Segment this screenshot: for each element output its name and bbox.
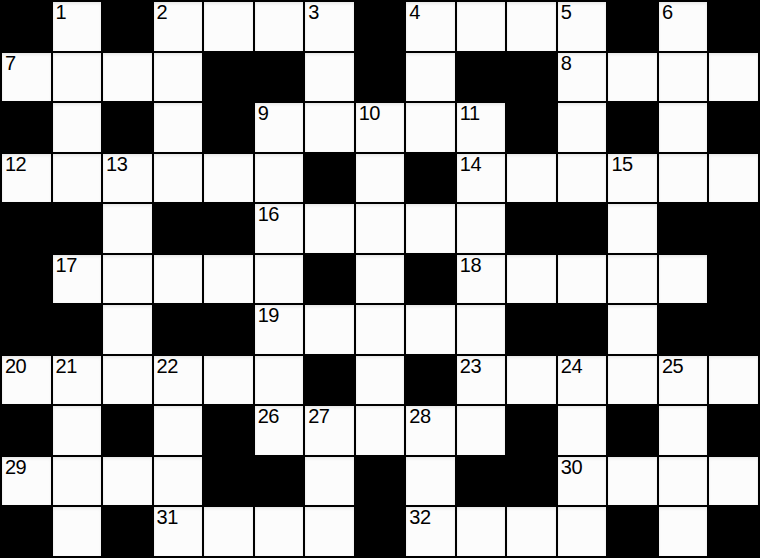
black-cell-r1c10 — [507, 53, 556, 102]
black-cell-r5c8 — [406, 255, 455, 304]
cell-r9c1[interactable] — [53, 457, 102, 506]
cell-r7c12[interactable] — [608, 356, 657, 405]
black-cell-r5c6 — [305, 255, 354, 304]
cell-r5c3[interactable] — [154, 255, 203, 304]
black-cell-r6c1 — [53, 305, 102, 354]
cell-r9c14[interactable] — [709, 457, 758, 506]
cell-r3c0[interactable]: 12 — [2, 154, 51, 203]
cell-r10c8[interactable]: 32 — [406, 507, 455, 556]
cell-r6c2[interactable] — [103, 305, 152, 354]
black-cell-r1c4 — [204, 53, 253, 102]
black-cell-r4c11 — [558, 204, 607, 253]
cell-r1c11[interactable]: 8 — [558, 53, 607, 102]
cell-r7c11[interactable]: 24 — [558, 356, 607, 405]
cell-r0c10[interactable] — [507, 2, 556, 51]
cell-r7c1[interactable]: 21 — [53, 356, 102, 405]
black-cell-r1c7 — [356, 53, 405, 102]
black-cell-r0c2 — [103, 2, 152, 51]
cell-r3c2[interactable]: 13 — [103, 154, 152, 203]
clue-number: 29 — [5, 457, 26, 478]
black-cell-r10c0 — [2, 507, 51, 556]
clue-number: 21 — [56, 356, 77, 377]
cell-r10c4[interactable] — [204, 507, 253, 556]
cell-r1c12[interactable] — [608, 53, 657, 102]
clue-number: 16 — [258, 204, 279, 225]
cell-r5c10[interactable] — [507, 255, 556, 304]
cell-r10c5[interactable] — [255, 507, 304, 556]
cell-r10c11[interactable] — [558, 507, 607, 556]
black-cell-r2c14 — [709, 103, 758, 152]
clue-number: 22 — [157, 356, 178, 377]
clue-number: 2 — [157, 2, 168, 23]
black-cell-r2c12 — [608, 103, 657, 152]
black-cell-r4c4 — [204, 204, 253, 253]
black-cell-r6c14 — [709, 305, 758, 354]
black-cell-r8c0 — [2, 406, 51, 455]
black-cell-r10c14 — [709, 507, 758, 556]
cell-r8c7[interactable] — [356, 406, 405, 455]
cell-r2c11[interactable] — [558, 103, 607, 152]
black-cell-r9c9 — [457, 457, 506, 506]
clue-number: 24 — [561, 356, 582, 377]
black-cell-r6c13 — [659, 305, 708, 354]
black-cell-r3c8 — [406, 154, 455, 203]
clue-number: 26 — [258, 406, 279, 427]
cell-r7c4[interactable] — [204, 356, 253, 405]
cell-r10c9[interactable] — [457, 507, 506, 556]
cell-r2c8[interactable] — [406, 103, 455, 152]
cell-r5c11[interactable] — [558, 255, 607, 304]
cell-r5c1[interactable]: 17 — [53, 255, 102, 304]
black-cell-r8c14 — [709, 406, 758, 455]
black-cell-r8c2 — [103, 406, 152, 455]
cell-r7c5[interactable] — [255, 356, 304, 405]
black-cell-r5c14 — [709, 255, 758, 304]
cell-r7c7[interactable] — [356, 356, 405, 405]
cell-r7c14[interactable] — [709, 356, 758, 405]
clue-number: 4 — [409, 2, 420, 23]
cell-r6c9[interactable] — [457, 305, 506, 354]
black-cell-r0c7 — [356, 2, 405, 51]
black-cell-r9c4 — [204, 457, 253, 506]
black-cell-r2c2 — [103, 103, 152, 152]
cell-r3c7[interactable] — [356, 154, 405, 203]
cell-r8c11[interactable] — [558, 406, 607, 455]
cell-r10c3[interactable]: 31 — [154, 507, 203, 556]
cell-r1c8[interactable] — [406, 53, 455, 102]
cell-r7c3[interactable]: 22 — [154, 356, 203, 405]
cell-r3c11[interactable] — [558, 154, 607, 203]
cell-r6c7[interactable] — [356, 305, 405, 354]
cell-r3c13[interactable] — [659, 154, 708, 203]
cell-r9c6[interactable] — [305, 457, 354, 506]
black-cell-r8c4 — [204, 406, 253, 455]
cell-r4c5[interactable]: 16 — [255, 204, 304, 253]
cell-r3c3[interactable] — [154, 154, 203, 203]
black-cell-r5c0 — [2, 255, 51, 304]
cell-r8c8[interactable]: 28 — [406, 406, 455, 455]
cell-r8c9[interactable] — [457, 406, 506, 455]
crossword-grid: 1234567891011121314151617181920212223242… — [0, 0, 760, 558]
clue-number: 15 — [611, 154, 632, 175]
black-cell-r3c6 — [305, 154, 354, 203]
cell-r3c1[interactable] — [53, 154, 102, 203]
cell-r0c11[interactable]: 5 — [558, 2, 607, 51]
cell-r1c2[interactable] — [103, 53, 152, 102]
cell-r5c5[interactable] — [255, 255, 304, 304]
cell-r5c13[interactable] — [659, 255, 708, 304]
black-cell-r6c10 — [507, 305, 556, 354]
black-cell-r2c10 — [507, 103, 556, 152]
cell-r0c8[interactable]: 4 — [406, 2, 455, 51]
cell-r1c1[interactable] — [53, 53, 102, 102]
black-cell-r7c6 — [305, 356, 354, 405]
cell-r3c10[interactable] — [507, 154, 556, 203]
cell-r10c1[interactable] — [53, 507, 102, 556]
clue-number: 6 — [662, 2, 673, 23]
black-cell-r8c10 — [507, 406, 556, 455]
cell-r7c2[interactable] — [103, 356, 152, 405]
clue-number: 7 — [5, 53, 16, 74]
cell-r2c1[interactable] — [53, 103, 102, 152]
cell-r7c9[interactable]: 23 — [457, 356, 506, 405]
clue-number: 8 — [561, 53, 572, 74]
cell-r10c10[interactable] — [507, 507, 556, 556]
clue-number: 19 — [258, 305, 279, 326]
cell-r1c0[interactable]: 7 — [2, 53, 51, 102]
black-cell-r7c8 — [406, 356, 455, 405]
clue-number: 3 — [308, 2, 319, 23]
clue-number: 14 — [460, 154, 481, 175]
cell-r0c9[interactable] — [457, 2, 506, 51]
black-cell-r4c1 — [53, 204, 102, 253]
black-cell-r9c10 — [507, 457, 556, 506]
cell-r4c6[interactable] — [305, 204, 354, 253]
cell-r3c9[interactable]: 14 — [457, 154, 506, 203]
cell-r8c1[interactable] — [53, 406, 102, 455]
cell-r8c13[interactable] — [659, 406, 708, 455]
black-cell-r6c3 — [154, 305, 203, 354]
clue-number: 25 — [662, 356, 683, 377]
cell-r6c8[interactable] — [406, 305, 455, 354]
clue-number: 5 — [561, 2, 572, 23]
black-cell-r9c5 — [255, 457, 304, 506]
cell-r1c6[interactable] — [305, 53, 354, 102]
cell-r6c12[interactable] — [608, 305, 657, 354]
cell-r2c7[interactable]: 10 — [356, 103, 405, 152]
cell-r6c5[interactable]: 19 — [255, 305, 304, 354]
cell-r0c13[interactable]: 6 — [659, 2, 708, 51]
cell-r10c13[interactable] — [659, 507, 708, 556]
cell-r3c5[interactable] — [255, 154, 304, 203]
cell-r4c12[interactable] — [608, 204, 657, 253]
cell-r0c4[interactable] — [204, 2, 253, 51]
black-cell-r0c14 — [709, 2, 758, 51]
cell-r5c2[interactable] — [103, 255, 152, 304]
cell-r7c10[interactable] — [507, 356, 556, 405]
black-cell-r10c12 — [608, 507, 657, 556]
cell-r4c7[interactable] — [356, 204, 405, 253]
cell-r1c3[interactable] — [154, 53, 203, 102]
cell-r5c4[interactable] — [204, 255, 253, 304]
cell-r9c2[interactable] — [103, 457, 152, 506]
cell-r3c4[interactable] — [204, 154, 253, 203]
clue-number: 28 — [409, 406, 430, 427]
cell-r2c9[interactable]: 11 — [457, 103, 506, 152]
cell-r2c5[interactable]: 9 — [255, 103, 304, 152]
cell-r1c13[interactable] — [659, 53, 708, 102]
cell-r0c6[interactable]: 3 — [305, 2, 354, 51]
cell-r3c14[interactable] — [709, 154, 758, 203]
clue-number: 11 — [460, 103, 480, 124]
clue-number: 9 — [258, 103, 269, 124]
cell-r2c6[interactable] — [305, 103, 354, 152]
cell-r7c13[interactable]: 25 — [659, 356, 708, 405]
black-cell-r8c12 — [608, 406, 657, 455]
cell-r9c0[interactable]: 29 — [2, 457, 51, 506]
black-cell-r10c7 — [356, 507, 405, 556]
cell-r9c13[interactable] — [659, 457, 708, 506]
cell-r5c12[interactable] — [608, 255, 657, 304]
cell-r8c3[interactable] — [154, 406, 203, 455]
black-cell-r0c12 — [608, 2, 657, 51]
cell-r2c13[interactable] — [659, 103, 708, 152]
cell-r9c8[interactable] — [406, 457, 455, 506]
black-cell-r1c5 — [255, 53, 304, 102]
cell-r5c9[interactable]: 18 — [457, 255, 506, 304]
clue-number: 10 — [359, 103, 380, 124]
cell-r1c14[interactable] — [709, 53, 758, 102]
cell-r6c6[interactable] — [305, 305, 354, 354]
clue-number: 30 — [561, 457, 582, 478]
clue-number: 18 — [460, 255, 481, 276]
black-cell-r4c0 — [2, 204, 51, 253]
cell-r9c3[interactable] — [154, 457, 203, 506]
black-cell-r4c13 — [659, 204, 708, 253]
black-cell-r9c7 — [356, 457, 405, 506]
cell-r0c1[interactable]: 1 — [53, 2, 102, 51]
cell-r7c0[interactable]: 20 — [2, 356, 51, 405]
black-cell-r1c9 — [457, 53, 506, 102]
cell-r8c6[interactable]: 27 — [305, 406, 354, 455]
cell-r3c12[interactable]: 15 — [608, 154, 657, 203]
cell-r9c12[interactable] — [608, 457, 657, 506]
black-cell-r0c0 — [2, 2, 51, 51]
cell-r4c2[interactable] — [103, 204, 152, 253]
black-cell-r6c11 — [558, 305, 607, 354]
black-cell-r6c4 — [204, 305, 253, 354]
black-cell-r2c4 — [204, 103, 253, 152]
black-cell-r4c3 — [154, 204, 203, 253]
cell-r4c9[interactable] — [457, 204, 506, 253]
black-cell-r4c10 — [507, 204, 556, 253]
clue-number: 23 — [460, 356, 481, 377]
cell-r0c5[interactable] — [255, 2, 304, 51]
clue-number: 32 — [409, 507, 430, 528]
clue-number: 1 — [56, 2, 67, 23]
clue-number: 31 — [157, 507, 178, 528]
cell-r0c3[interactable]: 2 — [154, 2, 203, 51]
black-cell-r10c2 — [103, 507, 152, 556]
clue-number: 13 — [106, 154, 127, 175]
clue-number: 20 — [5, 356, 26, 377]
black-cell-r4c14 — [709, 204, 758, 253]
cell-r8c5[interactable]: 26 — [255, 406, 304, 455]
clue-number: 12 — [5, 154, 26, 175]
cell-r2c3[interactable] — [154, 103, 203, 152]
clue-number: 17 — [56, 255, 77, 276]
black-cell-r6c0 — [2, 305, 51, 354]
cell-r9c11[interactable]: 30 — [558, 457, 607, 506]
cell-r10c6[interactable] — [305, 507, 354, 556]
cell-r5c7[interactable] — [356, 255, 405, 304]
cell-r4c8[interactable] — [406, 204, 455, 253]
clue-number: 27 — [308, 406, 329, 427]
black-cell-r2c0 — [2, 103, 51, 152]
